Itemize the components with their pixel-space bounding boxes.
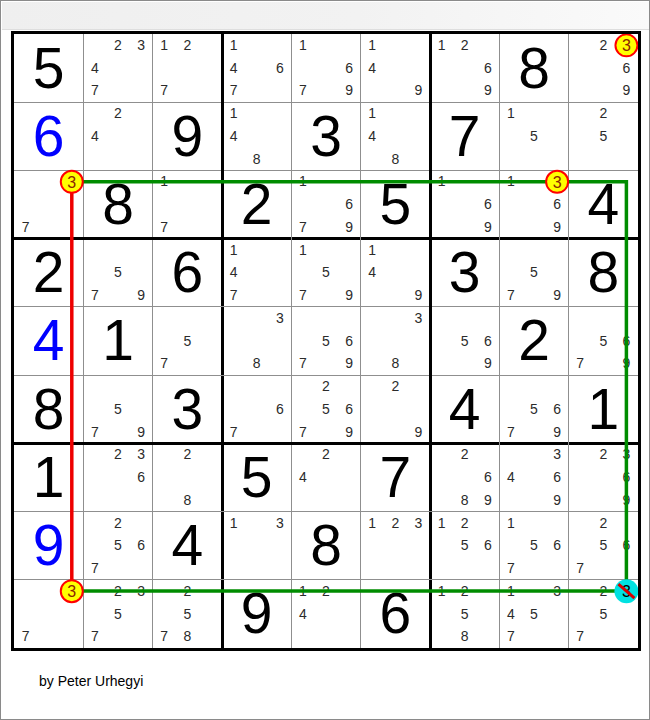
candidate-digit: 1: [222, 34, 245, 57]
cell-r5c9[interactable]: 5679: [569, 307, 638, 375]
candidate-digit: 5: [314, 261, 337, 284]
cell-r6c4[interactable]: 67: [222, 375, 291, 443]
candidate-digit: 9: [615, 79, 638, 102]
solved-digit: 9: [14, 512, 83, 580]
cell-r2c6[interactable]: 148: [361, 102, 430, 170]
candidate-digit: 4: [291, 603, 314, 626]
candidate-digit: 3: [130, 443, 153, 466]
cell-r2c4[interactable]: 148: [222, 102, 291, 170]
candidate-digit: 2: [592, 443, 615, 466]
cell-r8c8[interactable]: 1567: [499, 512, 568, 580]
solved-digit: 6: [14, 102, 83, 170]
cell-r2c3[interactable]: 9: [153, 102, 222, 170]
given-digit: 4: [430, 375, 499, 443]
candidate-digit: 5: [314, 398, 337, 421]
candidate-digit: 1: [499, 580, 522, 603]
candidate-digit: 2: [106, 580, 129, 603]
candidate-digit: 7: [83, 557, 106, 580]
cell-r4c8[interactable]: 579: [499, 239, 568, 307]
candidate-digit: 7: [153, 352, 176, 375]
grid-line-vertical: [499, 34, 500, 648]
candidate-digit: 2: [592, 102, 615, 125]
candidate-digit: 5: [176, 330, 199, 353]
given-digit: 2: [14, 239, 83, 307]
cell-r3c3[interactable]: 17: [153, 170, 222, 238]
candidate-digit: 7: [153, 79, 176, 102]
candidate-digit: 6: [268, 57, 291, 80]
given-digit: 2: [499, 307, 568, 375]
candidate-digit: 2: [106, 443, 129, 466]
sudoku-board-inner: 5234712714671679149126982369624914831487…: [14, 34, 638, 648]
candidate-digit: 6: [546, 466, 569, 489]
cell-r8c2[interactable]: 2567: [83, 512, 152, 580]
candidate-digit: 7: [291, 421, 314, 444]
candidate-digit: 4: [83, 125, 106, 148]
given-digit: 8: [83, 170, 152, 238]
candidate-digit: 5: [522, 125, 545, 148]
cell-r8c7[interactable]: 1256: [430, 512, 499, 580]
cell-r3c1[interactable]: 37: [14, 170, 83, 238]
cell-r6c7[interactable]: 4: [430, 375, 499, 443]
cell-r9c4[interactable]: 9: [222, 580, 291, 648]
grid-line-horizontal: [14, 102, 638, 103]
candidate-digit: 7: [569, 557, 592, 580]
cell-r7c6[interactable]: 7: [361, 443, 430, 511]
candidate-digit: 4: [361, 125, 384, 148]
cell-r1c6[interactable]: 149: [361, 34, 430, 102]
candidate-digit: 9: [615, 352, 638, 375]
cell-r1c8[interactable]: 8: [499, 34, 568, 102]
sudoku-board[interactable]: 5234712714671679149126982369624914831487…: [11, 31, 641, 651]
candidate-digit: 1: [430, 580, 453, 603]
candidate-digit: 3: [130, 34, 153, 57]
candidate-digit: 7: [291, 352, 314, 375]
candidate-digit: 6: [338, 57, 361, 80]
cell-r5c8[interactable]: 2: [499, 307, 568, 375]
candidate-digit: 6: [546, 193, 569, 216]
cell-r7c4[interactable]: 5: [222, 443, 291, 511]
candidate-digit: 9: [476, 216, 499, 239]
candidate-digit: 1: [222, 512, 245, 535]
candidate-digit: 2: [314, 443, 337, 466]
author-caption: by Peter Urhegyi: [39, 673, 143, 689]
candidate-digit: 8: [384, 148, 407, 171]
candidate-digit: 2: [314, 580, 337, 603]
candidate-digit: 7: [83, 79, 106, 102]
cell-r7c2[interactable]: 236: [83, 443, 152, 511]
cell-r7c1[interactable]: 1: [14, 443, 83, 511]
candidate-digit: 3: [615, 443, 638, 466]
cell-r9c2[interactable]: 2357: [83, 580, 152, 648]
candidate-digit: 4: [361, 261, 384, 284]
candidate-digit: 1: [291, 34, 314, 57]
given-digit: 9: [222, 580, 291, 648]
candidate-digit: 5: [176, 603, 199, 626]
given-digit: 3: [153, 375, 222, 443]
grid-line-horizontal: [14, 170, 638, 171]
candidate-digit: 9: [407, 79, 430, 102]
cell-r7c5[interactable]: 24: [291, 443, 360, 511]
candidate-digit: 6: [546, 398, 569, 421]
candidate-digit: 3: [60, 580, 83, 603]
cell-r2c7[interactable]: 7: [430, 102, 499, 170]
candidate-digit: 7: [569, 352, 592, 375]
candidate-digit: 3: [130, 580, 153, 603]
candidate-digit: 9: [130, 421, 153, 444]
cell-r9c7[interactable]: 1258: [430, 580, 499, 648]
cell-r5c7[interactable]: 569: [430, 307, 499, 375]
candidate-digit: 8: [176, 625, 199, 648]
grid-line-vertical: [291, 34, 292, 648]
cell-r9c3[interactable]: 2578: [153, 580, 222, 648]
cell-r3c6[interactable]: 5: [361, 170, 430, 238]
cell-r2c5[interactable]: 3: [291, 102, 360, 170]
grid-line-vertical: [221, 34, 224, 648]
candidate-digit: 6: [546, 534, 569, 557]
candidate-digit: 6: [476, 193, 499, 216]
candidate-digit: 3: [60, 170, 83, 193]
cell-r6c8[interactable]: 5679: [499, 375, 568, 443]
cell-r1c4[interactable]: 1467: [222, 34, 291, 102]
candidate-digit: 6: [268, 398, 291, 421]
given-digit: 7: [361, 443, 430, 511]
toolbar: [2, 2, 649, 30]
candidate-digit: 9: [546, 284, 569, 307]
cell-r2c8[interactable]: 15: [499, 102, 568, 170]
candidate-digit: 8: [245, 148, 268, 171]
candidate-digit: 6: [476, 57, 499, 80]
candidate-digit: 2: [106, 512, 129, 535]
given-digit: 8: [291, 512, 360, 580]
cell-r3c5[interactable]: 1679: [291, 170, 360, 238]
candidate-digit: 7: [14, 625, 37, 648]
candidate-digit: 3: [615, 580, 638, 603]
candidate-digit: 6: [615, 466, 638, 489]
cell-r6c9[interactable]: 1: [569, 375, 638, 443]
candidate-digit: 2: [453, 443, 476, 466]
candidate-digit: 3: [546, 580, 569, 603]
cell-r7c9[interactable]: 2369: [569, 443, 638, 511]
cell-r8c5[interactable]: 8: [291, 512, 360, 580]
grid-line-horizontal: [14, 375, 638, 376]
candidate-digit: 7: [499, 625, 522, 648]
candidate-digit: 7: [291, 79, 314, 102]
candidate-digit: 5: [592, 603, 615, 626]
candidate-digit: 1: [361, 34, 384, 57]
candidate-digit: 7: [222, 284, 245, 307]
cell-r8c1[interactable]: 9: [14, 512, 83, 580]
cell-r6c6[interactable]: 29: [361, 375, 430, 443]
cell-r4c5[interactable]: 1579: [291, 239, 360, 307]
cell-r4c3[interactable]: 6: [153, 239, 222, 307]
cell-r6c5[interactable]: 25679: [291, 375, 360, 443]
candidate-digit: 8: [384, 352, 407, 375]
cell-r6c2[interactable]: 579: [83, 375, 152, 443]
grid-line-horizontal: [14, 237, 638, 240]
cell-r3c2[interactable]: 8: [83, 170, 152, 238]
cell-r4c6[interactable]: 149: [361, 239, 430, 307]
candidate-digit: 2: [592, 512, 615, 535]
candidate-digit: 1: [430, 512, 453, 535]
cell-r1c9[interactable]: 2369: [569, 34, 638, 102]
candidate-digit: 2: [106, 102, 129, 125]
candidate-digit: 9: [130, 284, 153, 307]
candidate-digit: 1: [361, 102, 384, 125]
candidate-digit: 5: [106, 534, 129, 557]
cell-r6c1[interactable]: 8: [14, 375, 83, 443]
candidate-digit: 3: [546, 170, 569, 193]
candidate-digit: 8: [176, 489, 199, 512]
given-digit: 8: [14, 375, 83, 443]
cell-r2c1[interactable]: 6: [14, 102, 83, 170]
candidate-digit: 5: [522, 261, 545, 284]
candidate-digit: 3: [268, 307, 291, 330]
candidate-digit: 7: [291, 284, 314, 307]
cell-r3c7[interactable]: 169: [430, 170, 499, 238]
cell-r4c7[interactable]: 3: [430, 239, 499, 307]
candidate-digit: 1: [499, 170, 522, 193]
candidate-digit: 7: [569, 625, 592, 648]
candidate-digit: 1: [291, 239, 314, 262]
cell-r1c5[interactable]: 1679: [291, 34, 360, 102]
candidate-digit: 6: [476, 534, 499, 557]
grid-line-horizontal: [14, 579, 638, 580]
candidate-digit: 7: [499, 284, 522, 307]
cell-r5c1[interactable]: 4: [14, 307, 83, 375]
candidate-digit: 2: [176, 443, 199, 466]
cell-r8c9[interactable]: 2567: [569, 512, 638, 580]
candidate-digit: 4: [83, 57, 106, 80]
candidate-digit: 9: [407, 421, 430, 444]
cell-r5c2[interactable]: 1: [83, 307, 152, 375]
candidate-digit: 5: [453, 534, 476, 557]
cell-r5c4[interactable]: 38: [222, 307, 291, 375]
candidate-digit: 9: [338, 421, 361, 444]
candidate-digit: 6: [130, 466, 153, 489]
candidate-digit: 5: [106, 398, 129, 421]
candidate-digit: 3: [407, 307, 430, 330]
candidate-digit: 1: [361, 239, 384, 262]
cell-r4c2[interactable]: 579: [83, 239, 152, 307]
candidate-digit: 2: [592, 34, 615, 57]
candidate-digit: 1: [361, 512, 384, 535]
candidate-digit: 1: [291, 580, 314, 603]
cell-r1c7[interactable]: 1269: [430, 34, 499, 102]
candidate-digit: 1: [499, 102, 522, 125]
candidate-digit: 9: [338, 216, 361, 239]
candidate-digit: 9: [476, 489, 499, 512]
cell-r9c8[interactable]: 13457: [499, 580, 568, 648]
candidate-digit: 4: [222, 261, 245, 284]
candidate-digit: 1: [430, 170, 453, 193]
candidate-digit: 7: [83, 421, 106, 444]
given-digit: 1: [569, 375, 638, 443]
cell-r8c6[interactable]: 123: [361, 512, 430, 580]
given-digit: 2: [222, 170, 291, 238]
candidate-digit: 4: [222, 125, 245, 148]
grid-line-vertical: [152, 34, 153, 648]
cell-r5c5[interactable]: 5679: [291, 307, 360, 375]
candidate-digit: 6: [130, 534, 153, 557]
candidate-digit: 5: [106, 261, 129, 284]
candidate-digit: 9: [546, 421, 569, 444]
candidate-digit: 7: [499, 557, 522, 580]
cell-r9c5[interactable]: 124: [291, 580, 360, 648]
cell-r3c8[interactable]: 1369: [499, 170, 568, 238]
given-digit: 9: [153, 102, 222, 170]
given-digit: 8: [499, 34, 568, 102]
candidate-digit: 5: [522, 398, 545, 421]
given-digit: 1: [83, 307, 152, 375]
candidate-digit: 8: [453, 489, 476, 512]
candidate-digit: 3: [546, 443, 569, 466]
candidate-digit: 1: [291, 170, 314, 193]
candidate-digit: 5: [592, 125, 615, 148]
candidate-digit: 6: [615, 330, 638, 353]
cell-r7c7[interactable]: 2689: [430, 443, 499, 511]
candidate-digit: 5: [522, 534, 545, 557]
candidate-digit: 5: [522, 603, 545, 626]
given-digit: 5: [222, 443, 291, 511]
candidate-digit: 2: [176, 580, 199, 603]
candidate-digit: 7: [153, 216, 176, 239]
cell-r4c1[interactable]: 2: [14, 239, 83, 307]
candidate-digit: 1: [430, 34, 453, 57]
candidate-digit: 6: [338, 330, 361, 353]
given-digit: 3: [291, 102, 360, 170]
cell-r8c3[interactable]: 4: [153, 512, 222, 580]
cell-r1c3[interactable]: 127: [153, 34, 222, 102]
given-digit: 8: [569, 239, 638, 307]
candidate-digit: 9: [546, 489, 569, 512]
candidate-digit: 7: [83, 625, 106, 648]
candidate-digit: 7: [291, 216, 314, 239]
given-digit: 4: [569, 170, 638, 238]
candidate-digit: 6: [615, 534, 638, 557]
candidate-digit: 2: [453, 34, 476, 57]
cell-r9c6[interactable]: 6: [361, 580, 430, 648]
given-digit: 6: [361, 580, 430, 648]
cell-r4c9[interactable]: 8: [569, 239, 638, 307]
candidate-digit: 2: [106, 34, 129, 57]
candidate-digit: 9: [476, 352, 499, 375]
candidate-digit: 7: [153, 625, 176, 648]
given-digit: 5: [14, 34, 83, 102]
cell-r1c2[interactable]: 2347: [83, 34, 152, 102]
cell-r2c9[interactable]: 25: [569, 102, 638, 170]
solved-digit: 4: [14, 307, 83, 375]
grid-line-vertical: [568, 34, 569, 648]
cell-r3c4[interactable]: 2: [222, 170, 291, 238]
grid-line-horizontal: [14, 442, 638, 445]
candidate-digit: 1: [222, 239, 245, 262]
candidate-digit: 4: [499, 466, 522, 489]
candidate-digit: 8: [453, 625, 476, 648]
cell-r2c2[interactable]: 24: [83, 102, 152, 170]
candidate-digit: 7: [222, 79, 245, 102]
given-digit: 7: [430, 102, 499, 170]
grid-line-vertical: [83, 34, 84, 648]
candidate-digit: 6: [338, 398, 361, 421]
candidate-digit: 9: [615, 489, 638, 512]
candidate-digit: 9: [338, 284, 361, 307]
candidate-digit: 5: [453, 603, 476, 626]
cell-r6c3[interactable]: 3: [153, 375, 222, 443]
grid-line-horizontal: [14, 511, 638, 512]
app-window: 5234712714671679149126982369624914831487…: [0, 0, 650, 720]
candidate-digit: 3: [268, 512, 291, 535]
candidate-digit: 5: [592, 534, 615, 557]
candidate-digit: 8: [245, 352, 268, 375]
given-digit: 6: [153, 239, 222, 307]
candidate-digit: 2: [176, 34, 199, 57]
candidate-digit: 9: [546, 216, 569, 239]
candidate-digit: 6: [338, 193, 361, 216]
cell-r5c6[interactable]: 38: [361, 307, 430, 375]
candidate-digit: 9: [407, 284, 430, 307]
candidate-digit: 9: [338, 352, 361, 375]
candidate-digit: 1: [153, 170, 176, 193]
grid-line-vertical: [360, 34, 361, 648]
given-digit: 1: [14, 443, 83, 511]
candidate-digit: 5: [592, 330, 615, 353]
candidate-digit: 1: [499, 512, 522, 535]
cell-r7c8[interactable]: 3469: [499, 443, 568, 511]
candidate-digit: 7: [222, 421, 245, 444]
grid-line-horizontal: [14, 306, 638, 307]
candidate-digit: 6: [476, 466, 499, 489]
candidate-digit: 2: [384, 375, 407, 398]
candidate-digit: 2: [384, 512, 407, 535]
candidate-digit: 6: [476, 330, 499, 353]
candidate-digit: 5: [453, 330, 476, 353]
candidate-digit: 3: [407, 512, 430, 535]
cell-r8c4[interactable]: 13: [222, 512, 291, 580]
candidate-digit: 3: [615, 34, 638, 57]
candidate-digit: 4: [291, 466, 314, 489]
cell-r4c4[interactable]: 147: [222, 239, 291, 307]
candidate-digit: 5: [314, 330, 337, 353]
cell-r5c3[interactable]: 57: [153, 307, 222, 375]
candidate-digit: 2: [592, 580, 615, 603]
given-digit: 4: [153, 512, 222, 580]
candidate-digit: 2: [314, 375, 337, 398]
candidate-digit: 4: [222, 57, 245, 80]
cell-r9c1[interactable]: 37: [14, 580, 83, 648]
candidate-digit: 9: [476, 79, 499, 102]
candidate-digit: 7: [499, 421, 522, 444]
given-digit: 5: [361, 170, 430, 238]
candidate-digit: 2: [453, 580, 476, 603]
candidate-digit: 2: [453, 512, 476, 535]
candidate-digit: 9: [338, 79, 361, 102]
cell-r3c9[interactable]: 4: [569, 170, 638, 238]
candidate-digit: 4: [361, 57, 384, 80]
cell-r7c3[interactable]: 28: [153, 443, 222, 511]
candidate-digit: 1: [153, 34, 176, 57]
cell-r1c1[interactable]: 5: [14, 34, 83, 102]
candidate-digit: 7: [83, 284, 106, 307]
grid-line-vertical: [429, 34, 432, 648]
cell-r9c9[interactable]: 2357: [569, 580, 638, 648]
candidate-digit: 4: [499, 603, 522, 626]
candidate-digit: 1: [222, 102, 245, 125]
candidate-digit: 7: [14, 216, 37, 239]
candidate-digit: 5: [106, 603, 129, 626]
given-digit: 3: [430, 239, 499, 307]
candidate-digit: 6: [615, 57, 638, 80]
